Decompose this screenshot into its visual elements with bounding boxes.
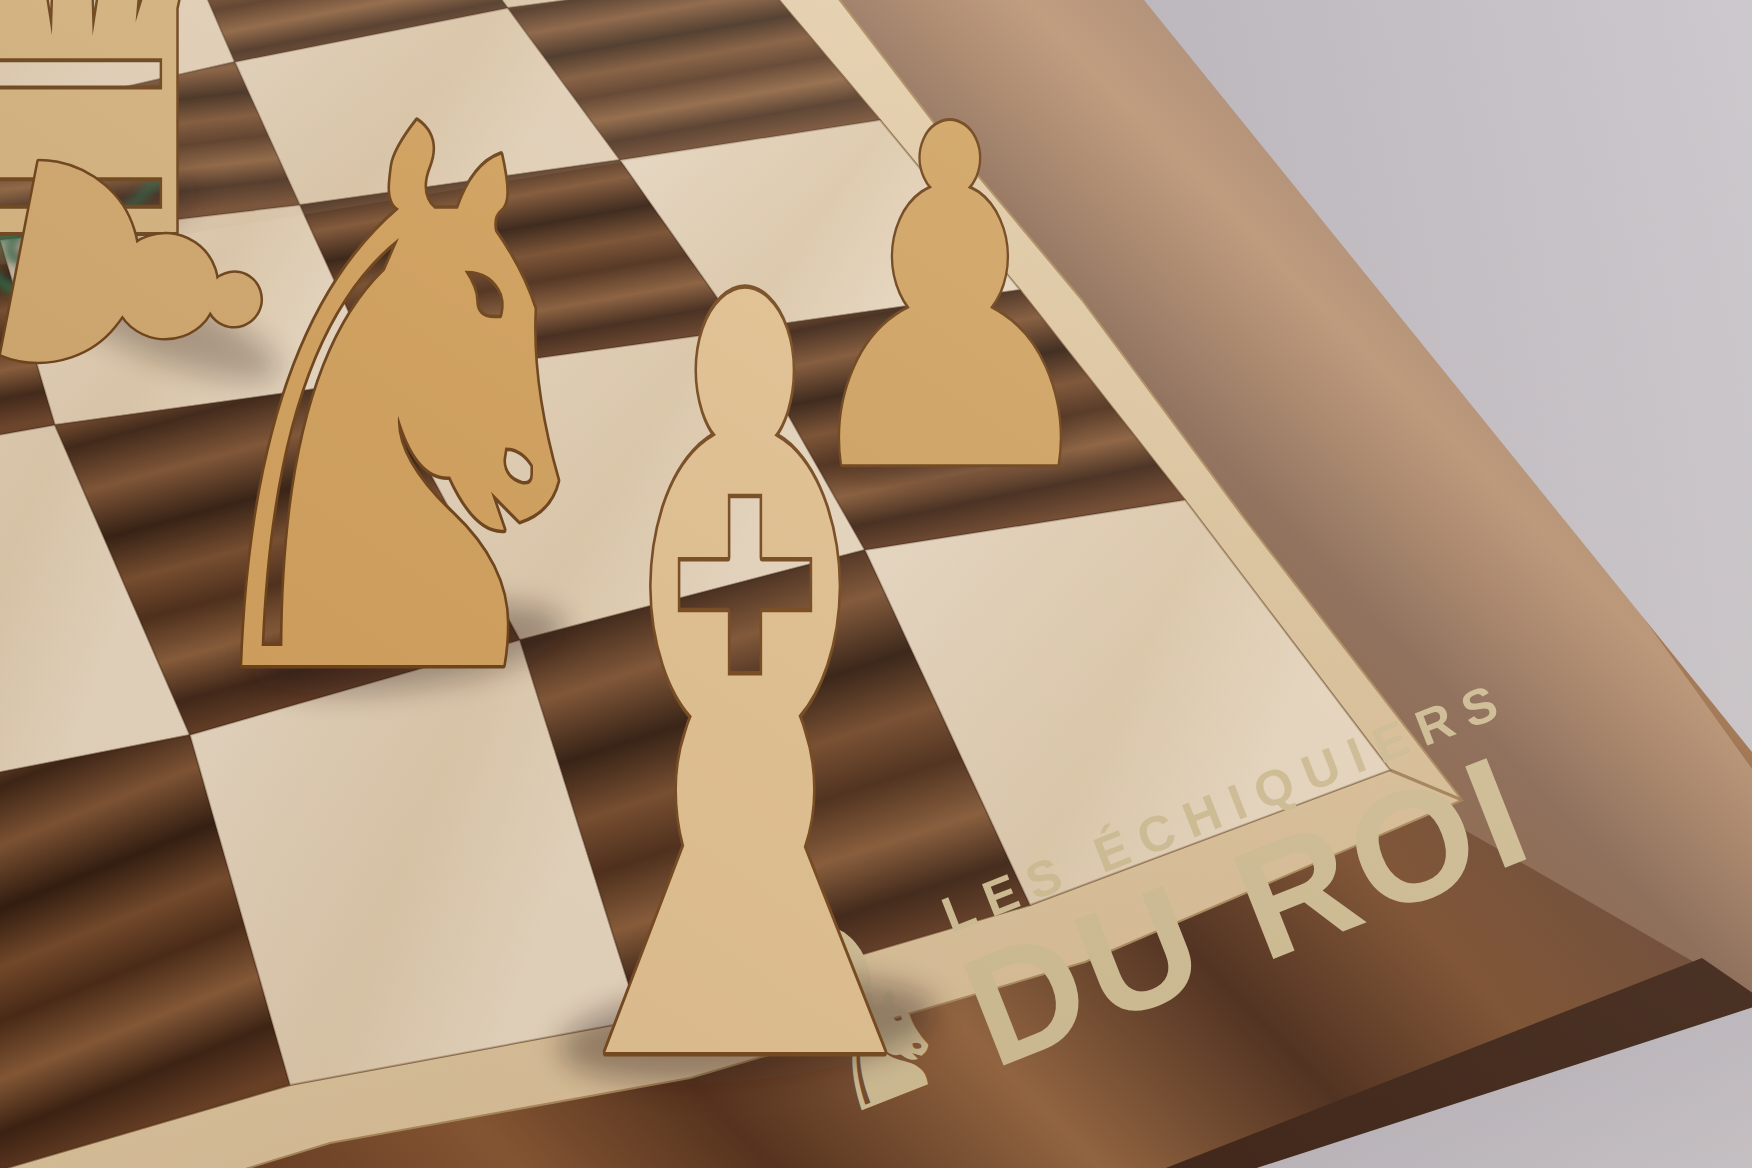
piece-white-pawn-h2[interactable]: ♟ — [786, 28, 1115, 574]
chessboard-photo: ♞LES ÉCHIQUIERSDU ROI♛♟♞♝♟ — [0, 0, 1752, 1168]
photo-stage: ♞LES ÉCHIQUIERSDU ROI♛♟♞♝♟ — [0, 0, 1752, 1168]
